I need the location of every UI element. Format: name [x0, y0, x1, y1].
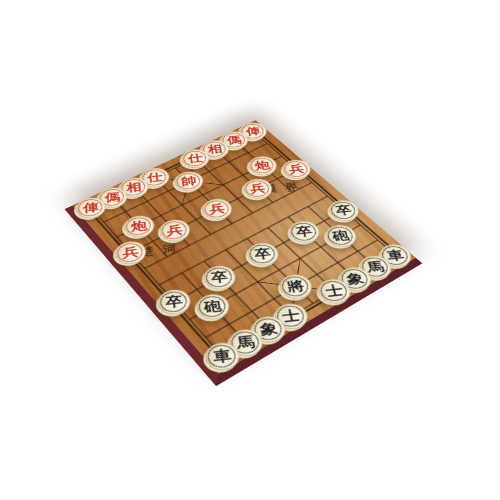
piece-glyph-red-cannon: 炮 — [254, 160, 271, 171]
piece-glyph-red-soldier: 兵 — [122, 246, 139, 259]
xiangqi-board: 漢界 楚河 車馬象士士象馬車將砲砲卒卒卒卒卒兵兵兵兵兵炮炮帥俥傌相仕仕相傌俥 — [65, 120, 423, 386]
piece-glyph-red-advisor: 仕 — [187, 153, 203, 164]
piece-glyph-red-chariot: 俥 — [83, 202, 99, 214]
piece-glyph-black-chariot: 車 — [386, 249, 406, 263]
piece-glyph-red-cannon: 炮 — [131, 220, 148, 233]
piece-glyph-black-general: 將 — [286, 279, 306, 293]
piece-glyph-red-advisor: 仕 — [147, 172, 163, 184]
piece-glyph-black-soldier: 卒 — [335, 204, 354, 216]
piece-glyph-red-general: 帥 — [181, 175, 198, 187]
piece-glyph-red-elephant: 相 — [126, 182, 142, 194]
piece-glyph-black-elephant: 象 — [259, 321, 279, 337]
piece-glyph-black-advisor: 士 — [281, 309, 301, 324]
piece-glyph-black-chariot: 車 — [212, 348, 232, 364]
piece-glyph-red-soldier: 兵 — [166, 224, 183, 237]
board-3d-wrapper: 漢界 楚河 車馬象士士象馬車將砲砲卒卒卒卒卒兵兵兵兵兵炮炮帥俥傌相仕仕相傌俥 — [65, 120, 423, 386]
piece-glyph-black-soldier: 卒 — [254, 247, 273, 260]
piece-glyph-red-soldier: 兵 — [209, 203, 226, 215]
piece-glyph-black-soldier: 卒 — [210, 270, 229, 284]
piece-glyph-red-soldier: 兵 — [249, 183, 266, 195]
piece-glyph-black-cannon: 砲 — [331, 229, 350, 242]
piece-glyph-red-soldier: 兵 — [288, 163, 305, 174]
piece-glyph-black-cannon: 砲 — [203, 299, 222, 314]
piece-glyph-black-horse: 馬 — [366, 260, 386, 274]
piece-glyph-black-soldier: 卒 — [165, 294, 184, 309]
piece-glyph-black-elephant: 象 — [345, 272, 365, 286]
piece-glyph-black-advisor: 士 — [324, 284, 344, 299]
piece-glyph-red-horse: 傌 — [105, 191, 121, 203]
piece-glyph-black-horse: 馬 — [236, 335, 256, 351]
piece-glyph-red-elephant: 相 — [207, 144, 223, 155]
piece-glyph-black-soldier: 卒 — [295, 225, 314, 238]
photo-canvas: 漢界 楚河 車馬象士士象馬車將砲砲卒卒卒卒卒兵兵兵兵兵炮炮帥俥傌相仕仕相傌俥 — [0, 0, 500, 500]
piece-glyph-red-horse: 傌 — [226, 135, 242, 146]
piece-glyph-red-chariot: 俥 — [245, 126, 261, 136]
